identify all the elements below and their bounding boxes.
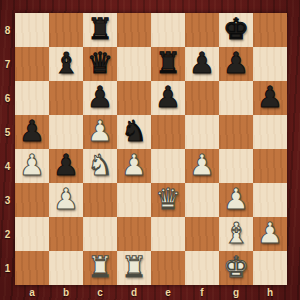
file-label-a: a bbox=[15, 285, 49, 300]
piece-black-pawn-c6[interactable]: ♟ bbox=[83, 81, 117, 115]
square-d1[interactable]: ♜ bbox=[117, 251, 151, 285]
piece-white-queen-e3[interactable]: ♛ bbox=[151, 183, 185, 217]
square-d6[interactable] bbox=[117, 81, 151, 115]
square-h5[interactable] bbox=[253, 115, 287, 149]
square-f1[interactable] bbox=[185, 251, 219, 285]
square-c2[interactable] bbox=[83, 217, 117, 251]
piece-black-pawn-a5[interactable]: ♟ bbox=[15, 115, 49, 149]
square-c4[interactable]: ♞ bbox=[83, 149, 117, 183]
square-d4[interactable]: ♟ bbox=[117, 149, 151, 183]
square-b1[interactable] bbox=[49, 251, 83, 285]
chessboard-frame: ♜♚♝♛♜♟♟♟♟♟♟♟♞♟♟♞♟♟♟♛♟♝♟♜♜♚ 87654321 abcd… bbox=[0, 0, 300, 300]
square-g7[interactable]: ♟ bbox=[219, 47, 253, 81]
square-g5[interactable] bbox=[219, 115, 253, 149]
square-b8[interactable] bbox=[49, 13, 83, 47]
square-d5[interactable]: ♞ bbox=[117, 115, 151, 149]
square-e8[interactable] bbox=[151, 13, 185, 47]
piece-black-pawn-f7[interactable]: ♟ bbox=[185, 47, 219, 81]
piece-white-king-g1[interactable]: ♚ bbox=[219, 251, 253, 285]
square-g3[interactable]: ♟ bbox=[219, 183, 253, 217]
rank-label-8: 8 bbox=[0, 13, 15, 47]
square-d3[interactable] bbox=[117, 183, 151, 217]
square-h2[interactable]: ♟ bbox=[253, 217, 287, 251]
square-a5[interactable]: ♟ bbox=[15, 115, 49, 149]
piece-black-rook-e7[interactable]: ♜ bbox=[151, 47, 185, 81]
square-e5[interactable] bbox=[151, 115, 185, 149]
square-c3[interactable] bbox=[83, 183, 117, 217]
rank-label-2: 2 bbox=[0, 217, 15, 251]
square-b4[interactable]: ♟ bbox=[49, 149, 83, 183]
piece-white-pawn-a4[interactable]: ♟ bbox=[15, 149, 49, 183]
square-a4[interactable]: ♟ bbox=[15, 149, 49, 183]
square-h3[interactable] bbox=[253, 183, 287, 217]
piece-black-king-g8[interactable]: ♚ bbox=[219, 13, 253, 47]
square-f3[interactable] bbox=[185, 183, 219, 217]
square-e4[interactable] bbox=[151, 149, 185, 183]
piece-black-knight-d5[interactable]: ♞ bbox=[117, 115, 151, 149]
square-a6[interactable] bbox=[15, 81, 49, 115]
square-g4[interactable] bbox=[219, 149, 253, 183]
file-label-c: c bbox=[83, 285, 117, 300]
square-f7[interactable]: ♟ bbox=[185, 47, 219, 81]
square-g2[interactable]: ♝ bbox=[219, 217, 253, 251]
square-f5[interactable] bbox=[185, 115, 219, 149]
square-d2[interactable] bbox=[117, 217, 151, 251]
square-e2[interactable] bbox=[151, 217, 185, 251]
rank-label-6: 6 bbox=[0, 81, 15, 115]
square-h8[interactable] bbox=[253, 13, 287, 47]
piece-black-pawn-h6[interactable]: ♟ bbox=[253, 81, 287, 115]
square-f4[interactable]: ♟ bbox=[185, 149, 219, 183]
square-c8[interactable]: ♜ bbox=[83, 13, 117, 47]
square-f6[interactable] bbox=[185, 81, 219, 115]
file-label-h: h bbox=[253, 285, 287, 300]
piece-white-bishop-g2[interactable]: ♝ bbox=[219, 217, 253, 251]
square-b7[interactable]: ♝ bbox=[49, 47, 83, 81]
square-e3[interactable]: ♛ bbox=[151, 183, 185, 217]
square-f8[interactable] bbox=[185, 13, 219, 47]
piece-white-rook-d1[interactable]: ♜ bbox=[117, 251, 151, 285]
piece-black-pawn-b4[interactable]: ♟ bbox=[49, 149, 83, 183]
square-c7[interactable]: ♛ bbox=[83, 47, 117, 81]
file-label-b: b bbox=[49, 285, 83, 300]
square-c5[interactable]: ♟ bbox=[83, 115, 117, 149]
square-g1[interactable]: ♚ bbox=[219, 251, 253, 285]
piece-white-pawn-b3[interactable]: ♟ bbox=[49, 183, 83, 217]
square-h6[interactable]: ♟ bbox=[253, 81, 287, 115]
file-label-d: d bbox=[117, 285, 151, 300]
square-a7[interactable] bbox=[15, 47, 49, 81]
piece-white-pawn-c5[interactable]: ♟ bbox=[83, 115, 117, 149]
square-a8[interactable] bbox=[15, 13, 49, 47]
square-d7[interactable] bbox=[117, 47, 151, 81]
square-c1[interactable]: ♜ bbox=[83, 251, 117, 285]
rank-label-5: 5 bbox=[0, 115, 15, 149]
square-c6[interactable]: ♟ bbox=[83, 81, 117, 115]
square-b6[interactable] bbox=[49, 81, 83, 115]
chess-board: ♜♚♝♛♜♟♟♟♟♟♟♟♞♟♟♞♟♟♟♛♟♝♟♜♜♚ bbox=[15, 13, 287, 285]
square-b5[interactable] bbox=[49, 115, 83, 149]
piece-black-queen-c7[interactable]: ♛ bbox=[83, 47, 117, 81]
piece-white-pawn-h2[interactable]: ♟ bbox=[253, 217, 287, 251]
file-label-g: g bbox=[219, 285, 253, 300]
square-g8[interactable]: ♚ bbox=[219, 13, 253, 47]
square-b2[interactable] bbox=[49, 217, 83, 251]
piece-black-rook-c8[interactable]: ♜ bbox=[83, 13, 117, 47]
square-e6[interactable]: ♟ bbox=[151, 81, 185, 115]
square-a1[interactable] bbox=[15, 251, 49, 285]
rank-label-1: 1 bbox=[0, 251, 15, 285]
square-g6[interactable] bbox=[219, 81, 253, 115]
rank-label-3: 3 bbox=[0, 183, 15, 217]
square-h7[interactable] bbox=[253, 47, 287, 81]
piece-black-pawn-e6[interactable]: ♟ bbox=[151, 81, 185, 115]
file-label-e: e bbox=[151, 285, 185, 300]
square-e7[interactable]: ♜ bbox=[151, 47, 185, 81]
piece-white-knight-c4[interactable]: ♞ bbox=[83, 149, 117, 183]
piece-white-pawn-g3[interactable]: ♟ bbox=[219, 183, 253, 217]
square-e1[interactable] bbox=[151, 251, 185, 285]
square-b3[interactable]: ♟ bbox=[49, 183, 83, 217]
file-label-f: f bbox=[185, 285, 219, 300]
square-d8[interactable] bbox=[117, 13, 151, 47]
square-a2[interactable] bbox=[15, 217, 49, 251]
square-a3[interactable] bbox=[15, 183, 49, 217]
rank-label-7: 7 bbox=[0, 47, 15, 81]
rank-label-4: 4 bbox=[0, 149, 15, 183]
piece-white-pawn-f4[interactable]: ♟ bbox=[185, 149, 219, 183]
piece-white-pawn-d4[interactable]: ♟ bbox=[117, 149, 151, 183]
piece-black-bishop-b7[interactable]: ♝ bbox=[49, 47, 83, 81]
piece-white-rook-c1[interactable]: ♜ bbox=[83, 251, 117, 285]
square-h1[interactable] bbox=[253, 251, 287, 285]
square-f2[interactable] bbox=[185, 217, 219, 251]
piece-black-pawn-g7[interactable]: ♟ bbox=[219, 47, 253, 81]
square-h4[interactable] bbox=[253, 149, 287, 183]
